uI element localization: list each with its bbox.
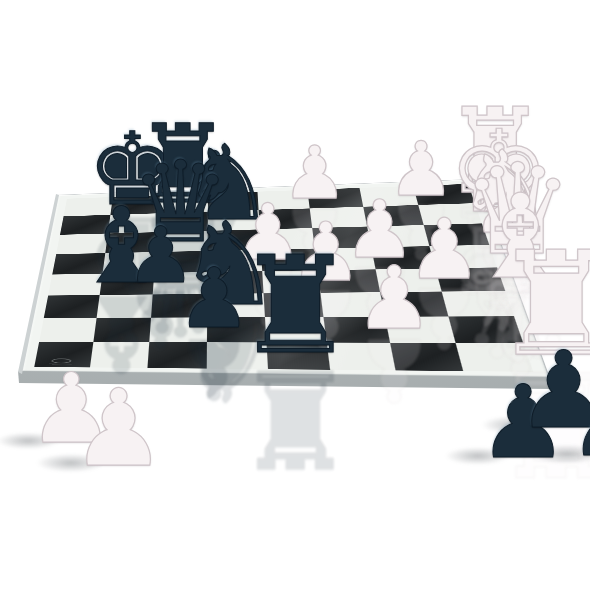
product-photo-stage: ♚♚♜♜♟♟♞♞♛♛♝♝♟♟♞♞♟♟♜♜♜♜♟♟♟♟♚♚♞♞♛♛♝♝♟♟♟♟♟♟…	[0, 0, 590, 590]
